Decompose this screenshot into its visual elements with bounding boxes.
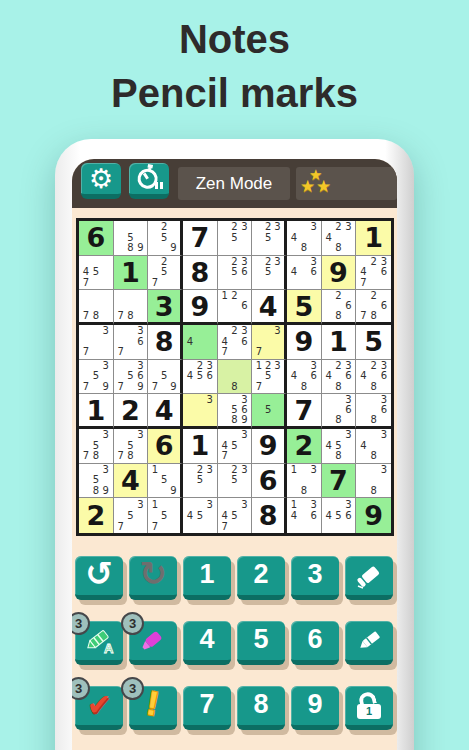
cell-r9c9[interactable]: 9 xyxy=(356,498,391,533)
cell-r9c3[interactable]: 157 xyxy=(148,498,183,533)
pencil-mark-5: 5 xyxy=(264,233,273,244)
pencil-marks: 3456 xyxy=(322,498,356,533)
pencil-mark-4: 4 xyxy=(289,233,299,244)
cell-r2c8[interactable]: 9 xyxy=(322,256,357,291)
pencil-marks: 3457 xyxy=(218,498,252,533)
warning-button[interactable]: !3 xyxy=(129,686,177,730)
pencil-mark-5: 5 xyxy=(195,510,205,521)
pencil-mark-3: 3 xyxy=(309,499,319,510)
pencil-mark-7: 7 xyxy=(220,521,230,532)
pencil-mark-9: 9 xyxy=(169,486,178,497)
cell-r1c5[interactable]: 235 xyxy=(218,221,253,256)
cell-r3c9[interactable]: 2678 xyxy=(356,290,391,325)
pencil-marks: 35679 xyxy=(114,360,148,394)
pencil-marks: 235 xyxy=(218,464,252,498)
pencil-mark-6: 6 xyxy=(309,267,319,278)
pencil-icon xyxy=(354,626,384,656)
pencil-mark-8: 8 xyxy=(334,415,344,425)
pencil-marks: 126 xyxy=(218,290,252,322)
cell-r6c1[interactable]: 1 xyxy=(79,394,114,429)
pencil-marks: 2356 xyxy=(218,256,252,290)
digit-1-button[interactable]: 1 xyxy=(183,556,231,600)
pencil-mark-5: 5 xyxy=(160,371,169,382)
pencil-mark-4: 4 xyxy=(324,510,334,521)
cell-r2c7[interactable]: 346 xyxy=(287,256,322,291)
cell-value: 1 xyxy=(329,326,348,357)
cell-r6c4[interactable]: 3 xyxy=(183,394,218,429)
pencil-marks: 23468 xyxy=(356,360,391,394)
cell-r1c1[interactable]: 6 xyxy=(79,221,114,256)
cell-r3c5[interactable]: 126 xyxy=(218,290,253,325)
auto-notes-button[interactable]: A3 xyxy=(75,621,123,665)
cell-r8c2[interactable]: 4 xyxy=(114,464,149,499)
pencil-mark-5: 5 xyxy=(264,405,273,415)
redo-button[interactable]: ↻ xyxy=(129,556,177,600)
cell-r7c1[interactable]: 3578 xyxy=(79,429,114,464)
digit-4-button[interactable]: 4 xyxy=(183,621,231,665)
pencil-marks: 345 xyxy=(183,498,217,533)
pencil-marks: 368 xyxy=(322,394,356,426)
pencil-mark-4: 4 xyxy=(185,337,195,348)
pencil-mark-7: 7 xyxy=(116,311,126,321)
cell-r5c8[interactable]: 23468 xyxy=(322,360,357,395)
pencil-mark-3: 3 xyxy=(343,222,353,233)
cell-r7c8[interactable]: 3458 xyxy=(322,429,357,464)
pencil-mark-9: 9 xyxy=(101,382,111,393)
check-button[interactable]: ✔3 xyxy=(75,686,123,730)
pencil-mark-4: 4 xyxy=(185,510,195,521)
svg-text:A: A xyxy=(104,641,114,656)
cell-r8c5[interactable]: 235 xyxy=(218,464,253,499)
pencil-marks: 3578 xyxy=(79,429,113,463)
cell-r7c7[interactable]: 2 xyxy=(287,429,322,464)
pencil-marks: 23456 xyxy=(183,360,217,394)
pencil-marks: 78 xyxy=(79,290,113,322)
pencil-mark-2: 2 xyxy=(230,326,240,337)
eraser-icon xyxy=(354,561,384,591)
pencil-mark-2: 2 xyxy=(369,361,379,372)
pencil-marks: 268 xyxy=(322,290,356,322)
pencil-mark-8: 8 xyxy=(334,243,344,254)
cell-r5c9[interactable]: 23468 xyxy=(356,360,391,395)
pencil-mark-5: 5 xyxy=(230,510,240,521)
cell-r6c3[interactable]: 4 xyxy=(148,394,183,429)
cell-r4c9[interactable]: 5 xyxy=(356,325,391,360)
pencil-mark-8: 8 xyxy=(91,311,101,321)
cell-r3c2[interactable]: 78 xyxy=(114,290,149,325)
cell-value: 3 xyxy=(155,291,174,322)
unlock-button[interactable]: 1 xyxy=(345,686,393,730)
cell-value: 5 xyxy=(364,326,383,357)
pencil-mark-9: 9 xyxy=(169,382,178,393)
pencil-mark-4: 4 xyxy=(324,441,334,452)
cell-value: 7 xyxy=(190,222,209,253)
control-panel: ↺↻123A33456✔3!37891 xyxy=(75,556,393,736)
pencil-mark-2: 2 xyxy=(334,361,344,372)
pencil-marks: 138 xyxy=(287,464,321,498)
pencil-mark-5: 5 xyxy=(195,371,205,382)
cell-r6c7[interactable]: 7 xyxy=(287,394,322,429)
pencil-mark-8: 8 xyxy=(126,311,136,321)
cell-r1c6[interactable]: 235 xyxy=(252,221,287,256)
pencil-mark-5: 5 xyxy=(160,267,169,278)
cell-r2c4[interactable]: 8 xyxy=(183,256,218,291)
cell-r9c8[interactable]: 3456 xyxy=(322,498,357,533)
timer-button[interactable] xyxy=(129,163,169,199)
cell-r4c4[interactable]: 4 xyxy=(183,325,218,360)
cell-r3c1[interactable]: 78 xyxy=(79,290,114,325)
cell-r6c6[interactable]: 5 xyxy=(252,394,287,429)
pencil-mark-3: 3 xyxy=(239,326,249,337)
cell-value: 1 xyxy=(364,222,383,253)
pencil-mark-7: 7 xyxy=(81,451,91,462)
cell-value: 2 xyxy=(294,430,313,461)
open-padlock-icon: 1 xyxy=(356,691,382,719)
pencil-mark-6: 6 xyxy=(343,301,353,311)
cell-r5c3[interactable]: 579 xyxy=(148,360,183,395)
pencil-marks: 579 xyxy=(148,360,180,394)
digit-label: 8 xyxy=(253,689,268,720)
pencil-mark-3: 3 xyxy=(135,430,145,441)
pencil-mark-4: 4 xyxy=(289,371,299,382)
eraser-button[interactable] xyxy=(345,556,393,600)
pencil-mark-2: 2 xyxy=(264,222,273,233)
digit-7-button[interactable]: 7 xyxy=(183,686,231,730)
pencil-marks: 23467 xyxy=(218,325,252,359)
cell-r7c9[interactable]: 348 xyxy=(356,429,391,464)
pencil-marks: 368 xyxy=(356,394,391,426)
cell-r8c7[interactable]: 138 xyxy=(287,464,322,499)
cell-r8c3[interactable]: 159 xyxy=(148,464,183,499)
app-screen: ⚙ xyxy=(72,159,397,750)
cell-r8c9[interactable]: 38 xyxy=(356,464,391,499)
cell-r8c1[interactable]: 3589 xyxy=(79,464,114,499)
digit-label: 4 xyxy=(199,624,214,655)
digit-label: 2 xyxy=(253,559,268,590)
pencil-mark-3: 3 xyxy=(239,222,249,233)
pencil-mark-6: 6 xyxy=(309,510,319,521)
pencil-mark-6: 6 xyxy=(379,301,389,311)
pencil-marks: 37 xyxy=(79,325,113,359)
digit-9-button[interactable]: 9 xyxy=(291,686,339,730)
cell-r5c4[interactable]: 23456 xyxy=(183,360,218,395)
pencil-mark-6: 6 xyxy=(239,301,249,311)
pencil-mark-3: 3 xyxy=(205,395,215,405)
cell-value: 9 xyxy=(190,291,209,322)
cell-r2c1[interactable]: 457 xyxy=(79,256,114,291)
cell-r1c4[interactable]: 7 xyxy=(183,221,218,256)
pencil-mark-6: 6 xyxy=(343,405,353,415)
pencil-mark-9: 9 xyxy=(169,243,178,254)
pencil-mark-1: 1 xyxy=(150,499,159,510)
pencil-marks: 1346 xyxy=(287,498,321,533)
pencil-marks: 3457 xyxy=(218,429,252,463)
cell-r7c5[interactable]: 3457 xyxy=(218,429,253,464)
cell-r7c4[interactable]: 1 xyxy=(183,429,218,464)
pencil-mark-5: 5 xyxy=(91,267,101,278)
pencil-mark-4: 4 xyxy=(185,371,195,382)
cell-r3c4[interactable]: 9 xyxy=(183,290,218,325)
pencil-mark-5: 5 xyxy=(230,475,240,486)
cell-value: 4 xyxy=(259,291,278,322)
cell-value: 8 xyxy=(190,257,209,288)
digit-label: 6 xyxy=(307,624,322,655)
digit-label: 3 xyxy=(307,559,322,590)
pencil-marks: 3589 xyxy=(79,464,113,498)
cell-r4c8[interactable]: 1 xyxy=(322,325,357,360)
cell-r2c5[interactable]: 2356 xyxy=(218,256,253,291)
pencil-mark-7: 7 xyxy=(254,382,263,393)
pencil-mark-3: 3 xyxy=(101,430,111,441)
count-badge: 3 xyxy=(121,677,144,700)
pencil-mark-6: 6 xyxy=(239,337,249,348)
difficulty-stars: ★ ★ ★ xyxy=(296,167,397,200)
cell-r2c3[interactable]: 257 xyxy=(148,256,183,291)
pencil-mark-3: 3 xyxy=(309,465,319,476)
cell-r2c6[interactable]: 235 xyxy=(252,256,287,291)
pencil-mark-6: 6 xyxy=(379,371,389,382)
undo-button[interactable]: ↺ xyxy=(75,556,123,600)
cell-r7c3[interactable]: 6 xyxy=(148,429,183,464)
pencil-marks: 38 xyxy=(356,464,391,498)
cell-r5c5[interactable]: 8 xyxy=(218,360,253,395)
pencil-marks: 4 xyxy=(183,325,217,359)
pencil-mark-3: 3 xyxy=(205,499,215,510)
pencil-marks: 3458 xyxy=(322,429,356,463)
check-icon: ✔ xyxy=(86,687,111,722)
cell-r6c8[interactable]: 368 xyxy=(322,394,357,429)
star-icon: ★ xyxy=(316,176,331,196)
cell-r9c5[interactable]: 3457 xyxy=(218,498,253,533)
pencil-mark-7: 7 xyxy=(81,347,91,358)
pencil-marks: 3468 xyxy=(287,360,321,394)
pencil-marks: 5 xyxy=(252,394,284,426)
redo-arrow-icon: ↻ xyxy=(139,554,167,593)
pencil-mark-8: 8 xyxy=(91,451,101,462)
pencil-marks: 3 xyxy=(183,394,217,426)
cell-value: 8 xyxy=(259,500,278,531)
pencil-mark-8: 8 xyxy=(369,486,379,497)
cell-value: 2 xyxy=(86,500,105,531)
pencil-mark-7: 7 xyxy=(220,451,230,462)
cell-r6c5[interactable]: 35689 xyxy=(218,394,253,429)
pencil-marks: 35689 xyxy=(218,394,252,426)
pencil-mark-3: 3 xyxy=(239,430,249,441)
pencil-mark-8: 8 xyxy=(299,243,309,254)
cell-r4c6[interactable]: 37 xyxy=(252,325,287,360)
digit-2-button[interactable]: 2 xyxy=(237,556,285,600)
cell-value: 9 xyxy=(364,500,383,531)
cell-r9c2[interactable]: 357 xyxy=(114,498,149,533)
pencil-mark-9: 9 xyxy=(239,415,249,425)
pencil-mark-4: 4 xyxy=(220,510,230,521)
highlighter-button[interactable]: 3 xyxy=(129,621,177,665)
pencil-mark-6: 6 xyxy=(379,267,389,278)
cell-r8c6[interactable]: 6 xyxy=(252,464,287,499)
cell-r8c8[interactable]: 7 xyxy=(322,464,357,499)
pencil-mark-7: 7 xyxy=(358,278,368,289)
cell-value: 4 xyxy=(155,395,174,426)
pencil-mark-7: 7 xyxy=(150,278,159,289)
digit-5-button[interactable]: 5 xyxy=(237,621,285,665)
cell-r5c1[interactable]: 3579 xyxy=(79,360,114,395)
pencil-marks: 357 xyxy=(114,498,148,533)
pencil-marks: 8 xyxy=(218,360,252,394)
cell-r5c2[interactable]: 35679 xyxy=(114,360,149,395)
pencil-mark-3: 3 xyxy=(343,499,353,510)
pencil-mark-7: 7 xyxy=(81,311,91,321)
pencil-marks: 367 xyxy=(114,325,148,359)
pencil-mark-6: 6 xyxy=(343,371,353,382)
phone-mockup: ⚙ xyxy=(55,139,414,750)
count-badge: 3 xyxy=(121,612,144,635)
cell-value: 1 xyxy=(121,257,140,288)
cell-r2c9[interactable]: 23467 xyxy=(356,256,391,291)
cell-value: 8 xyxy=(155,326,174,357)
pencil-marks: 159 xyxy=(148,464,180,498)
pencil-marks: 78 xyxy=(114,290,148,322)
digit-label: 1 xyxy=(199,559,214,590)
cell-r1c2[interactable]: 589 xyxy=(114,221,149,256)
pencil-mark-3: 3 xyxy=(205,465,215,476)
pencil-mark-9: 9 xyxy=(101,486,111,497)
pencil-mark-4: 4 xyxy=(289,267,299,278)
cell-r3c6[interactable]: 4 xyxy=(252,290,287,325)
pencil-marks: 346 xyxy=(287,256,321,290)
pencil-marks: 23468 xyxy=(322,360,356,394)
pencil-mark-4: 4 xyxy=(358,441,368,452)
pencil-mark-8: 8 xyxy=(91,486,101,497)
pencil-mark-3: 3 xyxy=(273,361,282,372)
pencil-mark-3: 3 xyxy=(379,430,389,441)
cell-value: 1 xyxy=(190,430,209,461)
pencil-mark-8: 8 xyxy=(230,415,240,425)
pencil-mark-5: 5 xyxy=(91,371,101,382)
digit-3-button[interactable]: 3 xyxy=(291,556,339,600)
pencil-mark-5: 5 xyxy=(264,371,273,382)
cell-r4c7[interactable]: 9 xyxy=(287,325,322,360)
pencil-marks: 3579 xyxy=(79,360,113,394)
pencil-marks: 348 xyxy=(287,221,321,255)
pencil-marks: 259 xyxy=(148,221,180,255)
pencil-mark-8: 8 xyxy=(334,382,344,393)
pencil-mark-5: 5 xyxy=(195,475,205,486)
cell-value: 7 xyxy=(294,395,313,426)
pencil-marks: 589 xyxy=(114,221,148,255)
cell-r8c4[interactable]: 235 xyxy=(183,464,218,499)
cell-value: 6 xyxy=(155,430,174,461)
cell-r9c1[interactable]: 2 xyxy=(79,498,114,533)
pencil-mark-6: 6 xyxy=(379,405,389,415)
pencil-mark-3: 3 xyxy=(101,361,111,372)
digit-6-button[interactable]: 6 xyxy=(291,621,339,665)
pencil-mark-3: 3 xyxy=(309,222,319,233)
cell-r1c7[interactable]: 348 xyxy=(287,221,322,256)
cell-r5c6[interactable]: 12357 xyxy=(252,360,287,395)
pencil-mark-4: 4 xyxy=(324,371,334,382)
cell-r3c8[interactable]: 268 xyxy=(322,290,357,325)
pencil-mark-3: 3 xyxy=(343,430,353,441)
pencil-marks: 235 xyxy=(183,464,217,498)
pencil-mark-1: 1 xyxy=(220,291,230,301)
digit-8-button[interactable]: 8 xyxy=(237,686,285,730)
zen-mode-label: Zen Mode xyxy=(178,167,290,200)
pencil-mark-5: 5 xyxy=(160,510,169,521)
pencil-mark-8: 8 xyxy=(369,415,379,425)
promo-title: Notes Pencil marks xyxy=(0,16,469,116)
cell-value: 7 xyxy=(329,465,348,496)
sudoku-board: 6589259723523534823481457125782356235346… xyxy=(76,218,394,536)
pencil-mark-3: 3 xyxy=(135,499,145,510)
cell-r3c7[interactable]: 5 xyxy=(287,290,322,325)
pencil-marks: 235 xyxy=(252,221,284,255)
pencil-mark-2: 2 xyxy=(230,291,240,301)
pencil-mark-7: 7 xyxy=(81,382,91,393)
pencil-marks: 12357 xyxy=(252,360,284,394)
cell-r9c7[interactable]: 1346 xyxy=(287,498,322,533)
pencil-mark-8: 8 xyxy=(299,382,309,393)
cell-value: 2 xyxy=(121,395,140,426)
pencil-mark-4: 4 xyxy=(289,510,299,521)
pencil-marks: 257 xyxy=(148,256,180,290)
cell-r4c3[interactable]: 8 xyxy=(148,325,183,360)
pencil-mark-2: 2 xyxy=(160,222,169,233)
cell-r1c3[interactable]: 259 xyxy=(148,221,183,256)
settings-button[interactable]: ⚙ xyxy=(81,163,121,199)
cell-r4c5[interactable]: 23467 xyxy=(218,325,253,360)
cell-r7c6[interactable]: 9 xyxy=(252,429,287,464)
pencil-mark-5: 5 xyxy=(126,510,136,521)
cell-r4c2[interactable]: 367 xyxy=(114,325,149,360)
cell-r2c2[interactable]: 1 xyxy=(114,256,149,291)
pencil-mark-3: 3 xyxy=(239,499,249,510)
cell-r3c3[interactable]: 3 xyxy=(148,290,183,325)
cell-r4c1[interactable]: 37 xyxy=(79,325,114,360)
cell-value: 9 xyxy=(329,257,348,288)
pencil-marks: 348 xyxy=(356,429,391,463)
cell-r9c6[interactable]: 8 xyxy=(252,498,287,533)
pencil-mark-6: 6 xyxy=(343,510,353,521)
pencil-mark-7: 7 xyxy=(116,451,126,462)
pencil-mark-3: 3 xyxy=(273,326,282,337)
pencil-mark-8: 8 xyxy=(334,451,344,462)
cell-r9c4[interactable]: 345 xyxy=(183,498,218,533)
pencil-mark-8: 8 xyxy=(230,382,240,393)
pencil-mark-8: 8 xyxy=(334,311,344,321)
cell-r7c2[interactable]: 3578 xyxy=(114,429,149,464)
cell-r6c2[interactable]: 2 xyxy=(114,394,149,429)
undo-arrow-icon: ↺ xyxy=(85,554,113,593)
pencil-mark-3: 3 xyxy=(379,465,389,476)
pencil-marks: 3578 xyxy=(114,429,148,463)
pencil-marks: 235 xyxy=(218,221,252,255)
pencil-mark-4: 4 xyxy=(358,371,368,382)
pencil-mark-2: 2 xyxy=(334,291,344,301)
pencil-mark-8: 8 xyxy=(299,486,309,497)
pencil-mark-8: 8 xyxy=(369,382,379,393)
pencil-mark-8: 8 xyxy=(126,451,136,462)
pencil-mark-1: 1 xyxy=(254,361,263,372)
pencil-mark-1: 1 xyxy=(150,465,159,476)
toolbar: ⚙ xyxy=(72,159,397,208)
pencil-marks: 2678 xyxy=(356,290,391,322)
cell-r6c9[interactable]: 368 xyxy=(356,394,391,429)
notes-pencil-button[interactable] xyxy=(345,621,393,665)
cell-r1c8[interactable]: 2348 xyxy=(322,221,357,256)
cell-r5c7[interactable]: 3468 xyxy=(287,360,322,395)
cell-r1c9[interactable]: 1 xyxy=(356,221,391,256)
padlock-number: 1 xyxy=(357,704,381,719)
